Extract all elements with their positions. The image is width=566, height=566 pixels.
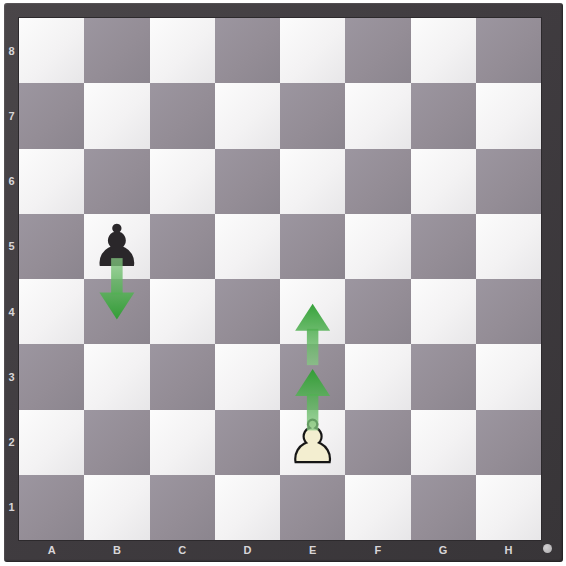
square-d5[interactable] [215,214,280,279]
square-e8[interactable] [280,18,345,83]
square-h2[interactable] [476,410,541,475]
square-c2[interactable] [150,410,215,475]
square-h7[interactable] [476,83,541,148]
file-label-a: A [19,540,84,560]
square-a5[interactable] [19,214,84,279]
file-label-d: D [215,540,280,560]
rank-label-8: 8 [4,18,19,83]
square-h1[interactable] [476,475,541,540]
square-c6[interactable] [150,149,215,214]
square-f1[interactable] [345,475,410,540]
square-h5[interactable] [476,214,541,279]
rank-label-3: 3 [4,344,19,409]
square-a4[interactable] [19,279,84,344]
file-label-e: E [280,540,345,560]
square-h3[interactable] [476,344,541,409]
square-g3[interactable] [411,344,476,409]
square-f5[interactable] [345,214,410,279]
square-b7[interactable] [84,83,149,148]
square-a2[interactable] [19,410,84,475]
square-f7[interactable] [345,83,410,148]
square-c7[interactable] [150,83,215,148]
square-g2[interactable] [411,410,476,475]
square-e4[interactable] [280,279,345,344]
square-c1[interactable] [150,475,215,540]
corner-dot [543,544,552,553]
square-e6[interactable] [280,149,345,214]
square-h6[interactable] [476,149,541,214]
square-f3[interactable] [345,344,410,409]
square-c5[interactable] [150,214,215,279]
square-f6[interactable] [345,149,410,214]
square-g6[interactable] [411,149,476,214]
square-h4[interactable] [476,279,541,344]
square-d3[interactable] [215,344,280,409]
square-b4[interactable] [84,279,149,344]
black-pawn-b5[interactable]: ♟ [84,214,149,279]
board-frame: 87654321 ABCDEFGH ♟♟ [4,3,563,562]
square-a8[interactable] [19,18,84,83]
file-label-h: H [476,540,541,560]
file-label-c: C [150,540,215,560]
file-label-g: G [411,540,476,560]
square-g5[interactable] [411,214,476,279]
file-label-b: B [84,540,149,560]
rank-label-5: 5 [4,214,19,279]
square-a1[interactable] [19,475,84,540]
square-b3[interactable] [84,344,149,409]
square-f2[interactable] [345,410,410,475]
rank-label-6: 6 [4,149,19,214]
square-d6[interactable] [215,149,280,214]
square-a7[interactable] [19,83,84,148]
square-c4[interactable] [150,279,215,344]
square-b8[interactable] [84,18,149,83]
square-d8[interactable] [215,18,280,83]
rank-label-4: 4 [4,279,19,344]
square-d4[interactable] [215,279,280,344]
square-b1[interactable] [84,475,149,540]
square-f4[interactable] [345,279,410,344]
square-d2[interactable] [215,410,280,475]
chess-board: ♟♟ [19,18,541,540]
square-d7[interactable] [215,83,280,148]
square-d1[interactable] [215,475,280,540]
square-g4[interactable] [411,279,476,344]
square-e3[interactable] [280,344,345,409]
square-c3[interactable] [150,344,215,409]
square-b6[interactable] [84,149,149,214]
white-pawn-e2[interactable]: ♟ [280,410,345,475]
square-b2[interactable] [84,410,149,475]
rank-label-1: 1 [4,475,19,540]
rank-label-7: 7 [4,83,19,148]
chessboard-widget: 87654321 ABCDEFGH ♟♟ [0,0,566,566]
square-g8[interactable] [411,18,476,83]
square-e7[interactable] [280,83,345,148]
square-g1[interactable] [411,475,476,540]
rank-label-2: 2 [4,410,19,475]
square-e5[interactable] [280,214,345,279]
square-a3[interactable] [19,344,84,409]
file-label-f: F [345,540,410,560]
square-a6[interactable] [19,149,84,214]
square-h8[interactable] [476,18,541,83]
square-g7[interactable] [411,83,476,148]
square-c8[interactable] [150,18,215,83]
square-f8[interactable] [345,18,410,83]
square-e1[interactable] [280,475,345,540]
